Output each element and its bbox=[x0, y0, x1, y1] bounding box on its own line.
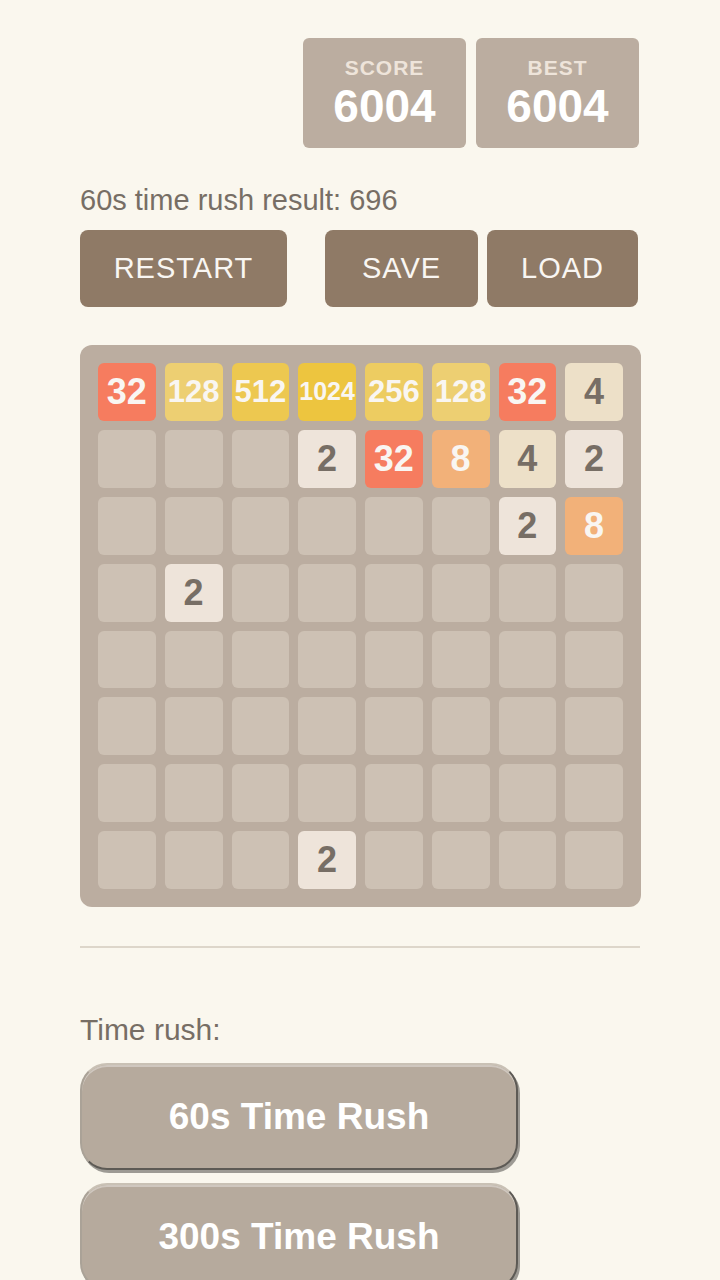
empty-cell bbox=[98, 497, 156, 555]
section-divider bbox=[80, 946, 640, 948]
empty-cell bbox=[98, 764, 156, 822]
tile-4: 4 bbox=[499, 430, 557, 488]
best-box: BEST 6004 bbox=[476, 38, 639, 148]
empty-cell bbox=[98, 631, 156, 689]
app-screen: SCORE 6004 BEST 6004 60s time rush resul… bbox=[0, 0, 720, 1280]
empty-cell bbox=[565, 764, 623, 822]
tile-2: 2 bbox=[298, 831, 356, 889]
best-value: 6004 bbox=[506, 80, 608, 133]
tile-512: 512 bbox=[232, 363, 290, 421]
best-label: BEST bbox=[527, 55, 587, 80]
score-box: SCORE 6004 bbox=[303, 38, 466, 148]
empty-cell bbox=[232, 631, 290, 689]
score-label: SCORE bbox=[345, 55, 425, 80]
empty-cell bbox=[298, 697, 356, 755]
empty-cell bbox=[365, 564, 423, 622]
score-value: 6004 bbox=[333, 80, 435, 133]
tile-2: 2 bbox=[565, 430, 623, 488]
time-rush-300s-button[interactable]: 300s Time Rush bbox=[80, 1183, 518, 1280]
empty-cell bbox=[432, 631, 490, 689]
empty-cell bbox=[499, 831, 557, 889]
empty-cell bbox=[499, 697, 557, 755]
empty-cell bbox=[432, 564, 490, 622]
empty-cell bbox=[232, 497, 290, 555]
tile-8: 8 bbox=[565, 497, 623, 555]
time-rush-label: Time rush: bbox=[80, 1013, 221, 1047]
empty-cell bbox=[232, 697, 290, 755]
tile-8: 8 bbox=[432, 430, 490, 488]
tile-256: 256 bbox=[365, 363, 423, 421]
empty-cell bbox=[298, 764, 356, 822]
empty-cell bbox=[499, 631, 557, 689]
empty-cell bbox=[432, 831, 490, 889]
tile-32: 32 bbox=[98, 363, 156, 421]
empty-cell bbox=[365, 631, 423, 689]
empty-cell bbox=[298, 631, 356, 689]
empty-cell bbox=[565, 697, 623, 755]
empty-cell bbox=[432, 497, 490, 555]
empty-cell bbox=[298, 564, 356, 622]
empty-cell bbox=[232, 430, 290, 488]
empty-cell bbox=[165, 697, 223, 755]
game-board[interactable]: 3212851210242561283242328422822 bbox=[80, 345, 641, 907]
tile-128: 128 bbox=[432, 363, 490, 421]
tile-2: 2 bbox=[298, 430, 356, 488]
empty-cell bbox=[232, 564, 290, 622]
scoreboard: SCORE 6004 BEST 6004 bbox=[303, 38, 639, 148]
empty-cell bbox=[499, 764, 557, 822]
empty-cell bbox=[165, 764, 223, 822]
empty-cell bbox=[365, 831, 423, 889]
save-button[interactable]: SAVE bbox=[325, 230, 478, 307]
restart-button[interactable]: RESTART bbox=[80, 230, 287, 307]
empty-cell bbox=[499, 564, 557, 622]
tile-2: 2 bbox=[499, 497, 557, 555]
empty-cell bbox=[365, 497, 423, 555]
empty-cell bbox=[165, 430, 223, 488]
tile-32: 32 bbox=[499, 363, 557, 421]
tile-4: 4 bbox=[565, 363, 623, 421]
empty-cell bbox=[232, 764, 290, 822]
empty-cell bbox=[365, 697, 423, 755]
empty-cell bbox=[98, 697, 156, 755]
tile-32: 32 bbox=[365, 430, 423, 488]
empty-cell bbox=[298, 497, 356, 555]
empty-cell bbox=[432, 764, 490, 822]
empty-cell bbox=[232, 831, 290, 889]
empty-cell bbox=[98, 564, 156, 622]
empty-cell bbox=[565, 831, 623, 889]
time-rush-60s-button[interactable]: 60s Time Rush bbox=[80, 1063, 518, 1170]
empty-cell bbox=[565, 631, 623, 689]
tile-1024: 1024 bbox=[298, 363, 356, 421]
empty-cell bbox=[365, 764, 423, 822]
empty-cell bbox=[165, 831, 223, 889]
tile-2: 2 bbox=[165, 564, 223, 622]
empty-cell bbox=[165, 631, 223, 689]
empty-cell bbox=[98, 831, 156, 889]
time-rush-result-text: 60s time rush result: 696 bbox=[80, 184, 398, 217]
empty-cell bbox=[98, 430, 156, 488]
empty-cell bbox=[432, 697, 490, 755]
tile-128: 128 bbox=[165, 363, 223, 421]
empty-cell bbox=[165, 497, 223, 555]
empty-cell bbox=[565, 564, 623, 622]
load-button[interactable]: LOAD bbox=[487, 230, 638, 307]
